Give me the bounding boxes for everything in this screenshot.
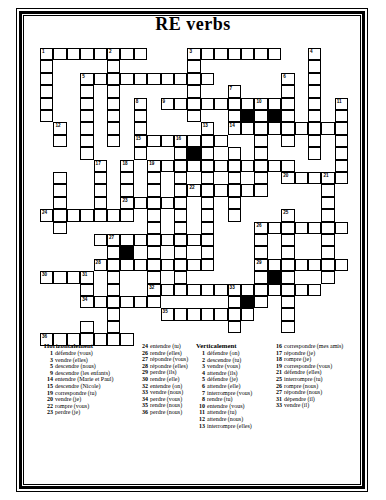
clue-number: 14 bbox=[44, 376, 53, 383]
clue-text: correspondre (mes amis) bbox=[284, 343, 343, 349]
clue-number: 4 bbox=[196, 370, 205, 377]
grid-cell[interactable] bbox=[241, 308, 254, 320]
grid-cell[interactable]: 33 bbox=[228, 284, 241, 296]
grid-cell[interactable] bbox=[201, 147, 214, 159]
grid-cell[interactable] bbox=[281, 259, 294, 271]
grid-cell[interactable] bbox=[335, 147, 348, 159]
grid-cell[interactable] bbox=[53, 271, 66, 283]
grid-cell[interactable] bbox=[187, 284, 200, 296]
grid-cell[interactable] bbox=[134, 48, 147, 60]
grid-cell[interactable] bbox=[174, 98, 187, 110]
grid-cell[interactable] bbox=[161, 160, 174, 172]
grid-cell[interactable] bbox=[53, 135, 66, 147]
grid-cell[interactable] bbox=[80, 85, 93, 97]
grid-cell[interactable] bbox=[281, 296, 294, 308]
grid-cell[interactable] bbox=[295, 284, 308, 296]
grid-cell[interactable] bbox=[201, 209, 214, 221]
grid-cell[interactable] bbox=[147, 73, 160, 85]
grid-cell[interactable] bbox=[174, 222, 187, 234]
grid-cell[interactable] bbox=[120, 48, 133, 60]
grid-cell[interactable]: 21 bbox=[321, 172, 334, 184]
grid-cell[interactable] bbox=[228, 184, 241, 196]
grid-cell[interactable] bbox=[107, 308, 120, 320]
grid-cell[interactable] bbox=[321, 197, 334, 209]
grid-cell[interactable] bbox=[308, 60, 321, 72]
grid-cell[interactable] bbox=[201, 222, 214, 234]
grid-cell[interactable] bbox=[254, 147, 267, 159]
grid-cell[interactable] bbox=[268, 222, 281, 234]
grid-cell[interactable] bbox=[201, 98, 214, 110]
grid-cell[interactable] bbox=[161, 284, 174, 296]
grid-cell[interactable] bbox=[147, 296, 160, 308]
grid-cell[interactable] bbox=[174, 172, 187, 184]
grid-cell[interactable] bbox=[228, 321, 241, 333]
grid-cell[interactable] bbox=[161, 135, 174, 147]
grid-cell[interactable] bbox=[241, 284, 254, 296]
grid-cell[interactable] bbox=[80, 122, 93, 134]
grid-cell[interactable] bbox=[268, 122, 281, 134]
grid-cell[interactable]: 29 bbox=[254, 259, 267, 271]
grid-cell[interactable] bbox=[174, 209, 187, 221]
grid-cell[interactable] bbox=[241, 160, 254, 172]
grid-cell[interactable] bbox=[120, 172, 133, 184]
grid-cell[interactable]: 3 bbox=[187, 48, 200, 60]
cell-number: 6 bbox=[283, 74, 286, 79]
grid-cell[interactable] bbox=[107, 209, 120, 221]
grid-cell[interactable] bbox=[241, 98, 254, 110]
grid-cell[interactable]: 10 bbox=[254, 98, 267, 110]
grid-cell[interactable] bbox=[40, 110, 53, 122]
clue-item: 26rompre (nous) bbox=[273, 383, 359, 390]
grid-cell[interactable] bbox=[254, 184, 267, 196]
grid-cell[interactable] bbox=[187, 73, 200, 85]
grid-cell[interactable] bbox=[201, 48, 214, 60]
grid-cell[interactable] bbox=[134, 147, 147, 159]
grid-cell[interactable] bbox=[147, 135, 160, 147]
grid-cell[interactable] bbox=[308, 73, 321, 85]
grid-cell[interactable] bbox=[53, 48, 66, 60]
grid-cell[interactable]: 11 bbox=[335, 98, 348, 110]
grid-cell[interactable] bbox=[281, 284, 294, 296]
grid-cell[interactable] bbox=[254, 135, 267, 147]
grid-cell[interactable] bbox=[201, 259, 214, 271]
grid-cell[interactable] bbox=[120, 209, 133, 221]
clue-text: attendre (tu) bbox=[207, 409, 236, 415]
grid-cell[interactable] bbox=[281, 122, 294, 134]
grid-cell[interactable] bbox=[120, 73, 133, 85]
grid-cell[interactable] bbox=[308, 85, 321, 97]
grid-cell[interactable] bbox=[281, 85, 294, 97]
clue-item: 15descendre (Nicole) bbox=[44, 383, 138, 390]
grid-cell[interactable] bbox=[174, 246, 187, 258]
grid-cell[interactable] bbox=[201, 160, 214, 172]
grid-cell[interactable] bbox=[94, 296, 107, 308]
grid-cell[interactable] bbox=[335, 122, 348, 134]
clue-text: descendre (les enfants) bbox=[55, 370, 110, 376]
grid-cell[interactable] bbox=[80, 321, 93, 333]
grid-cell[interactable] bbox=[53, 222, 66, 234]
grid-cell[interactable] bbox=[228, 172, 241, 184]
grid-cell[interactable]: 35 bbox=[161, 308, 174, 320]
cell-number: 1 bbox=[42, 49, 45, 54]
grid-cell[interactable] bbox=[174, 197, 187, 209]
grid-cell[interactable] bbox=[281, 246, 294, 258]
grid-cell[interactable] bbox=[201, 308, 214, 320]
clue-number: 2 bbox=[196, 357, 205, 364]
grid-cell[interactable]: 30 bbox=[40, 271, 53, 283]
grid-cell[interactable] bbox=[147, 259, 160, 271]
grid-cell[interactable] bbox=[40, 85, 53, 97]
grid-cell[interactable] bbox=[281, 234, 294, 246]
grid-cell[interactable]: 19 bbox=[147, 160, 160, 172]
grid-cell[interactable] bbox=[228, 98, 241, 110]
grid-cell[interactable] bbox=[308, 135, 321, 147]
grid-cell[interactable] bbox=[174, 147, 187, 159]
cell-number: 3 bbox=[189, 49, 192, 54]
grid-cell[interactable] bbox=[254, 296, 267, 308]
grid-cell[interactable] bbox=[134, 296, 147, 308]
grid-cell[interactable] bbox=[107, 110, 120, 122]
grid-cell[interactable] bbox=[134, 259, 147, 271]
grid-cell[interactable] bbox=[254, 160, 267, 172]
grid-cell[interactable]: 32 bbox=[147, 284, 160, 296]
grid-cell[interactable] bbox=[174, 271, 187, 283]
grid-cell[interactable] bbox=[134, 110, 147, 122]
grid-cell[interactable] bbox=[321, 209, 334, 221]
grid-cell[interactable] bbox=[107, 135, 120, 147]
grid-cell[interactable] bbox=[201, 135, 214, 147]
grid-cell[interactable] bbox=[53, 209, 66, 221]
cell-number: 7 bbox=[230, 86, 233, 91]
clue-item: 31dépendre (il) bbox=[273, 396, 359, 403]
grid-cell[interactable] bbox=[241, 122, 254, 134]
grid-cell[interactable] bbox=[228, 147, 241, 159]
grid-cell[interactable] bbox=[53, 197, 66, 209]
grid-cell[interactable] bbox=[281, 98, 294, 110]
grid-cell[interactable] bbox=[335, 172, 348, 184]
cell-number: 13 bbox=[203, 123, 208, 128]
grid-cell[interactable]: 14 bbox=[228, 122, 241, 134]
grid-cell[interactable] bbox=[214, 160, 227, 172]
grid-cell[interactable] bbox=[201, 284, 214, 296]
grid-cell[interactable] bbox=[120, 259, 133, 271]
clue-number: 19 bbox=[44, 390, 53, 397]
grid-cell[interactable] bbox=[268, 98, 281, 110]
grid-cell[interactable] bbox=[308, 110, 321, 122]
grid-cell[interactable] bbox=[147, 271, 160, 283]
grid-cell[interactable] bbox=[187, 308, 200, 320]
grid-cell[interactable] bbox=[80, 48, 93, 60]
grid-cell[interactable] bbox=[80, 147, 93, 159]
grid-cell[interactable] bbox=[187, 98, 200, 110]
grid-cell[interactable] bbox=[295, 122, 308, 134]
grid-cell[interactable] bbox=[107, 321, 120, 333]
grid-cell[interactable]: 26 bbox=[254, 222, 267, 234]
grid-cell[interactable] bbox=[147, 184, 160, 196]
clue-number: 36 bbox=[139, 409, 148, 416]
grid-cell[interactable] bbox=[80, 209, 93, 221]
grid-cell[interactable] bbox=[281, 321, 294, 333]
grid-cell[interactable]: 23 bbox=[120, 197, 133, 209]
grid-cell[interactable] bbox=[107, 284, 120, 296]
clue-item: 2descendre (tu) bbox=[196, 357, 272, 364]
grid-cell[interactable] bbox=[94, 209, 107, 221]
grid-cell[interactable] bbox=[228, 308, 241, 320]
clue-item: 17répondre (je) bbox=[273, 350, 359, 357]
grid-cell[interactable] bbox=[308, 259, 321, 271]
grid-cell[interactable] bbox=[281, 135, 294, 147]
grid-cell[interactable] bbox=[321, 122, 334, 134]
clue-number: 10 bbox=[196, 403, 205, 410]
grid-cell[interactable] bbox=[254, 48, 267, 60]
grid-cell[interactable]: 31 bbox=[80, 271, 93, 283]
grid-cell[interactable] bbox=[147, 246, 160, 258]
grid-cell[interactable] bbox=[335, 135, 348, 147]
grid-cell[interactable]: 16 bbox=[174, 135, 187, 147]
cell-number: 27 bbox=[109, 235, 114, 240]
grid-cell[interactable] bbox=[174, 160, 187, 172]
grid-cell[interactable] bbox=[53, 172, 66, 184]
grid-cell[interactable]: 4 bbox=[308, 48, 321, 60]
grid-cell[interactable] bbox=[308, 284, 321, 296]
grid-cell[interactable] bbox=[107, 122, 120, 134]
grid-cell[interactable] bbox=[254, 234, 267, 246]
grid-cell[interactable] bbox=[187, 85, 200, 97]
grid-cell[interactable] bbox=[134, 122, 147, 134]
clue-item: 36perdre (nous) bbox=[139, 409, 195, 416]
grid-cell[interactable] bbox=[228, 48, 241, 60]
grid-cell[interactable] bbox=[134, 197, 147, 209]
page-title: RE verbs bbox=[0, 14, 386, 35]
grid-cell[interactable] bbox=[67, 209, 80, 221]
grid-cell[interactable] bbox=[187, 110, 200, 122]
grid-cell[interactable] bbox=[214, 184, 227, 196]
grid-cell[interactable] bbox=[321, 222, 334, 234]
grid-cell[interactable] bbox=[161, 197, 174, 209]
grid-cell[interactable] bbox=[321, 246, 334, 258]
grid-cell[interactable] bbox=[335, 110, 348, 122]
grid-cell[interactable] bbox=[161, 259, 174, 271]
grid-cell[interactable] bbox=[321, 234, 334, 246]
clue-text: interrompre (vous) bbox=[207, 390, 252, 396]
grid-cell[interactable] bbox=[107, 296, 120, 308]
grid-cell[interactable] bbox=[254, 246, 267, 258]
grid-cell[interactable]: 22 bbox=[187, 184, 200, 196]
grid-cell[interactable] bbox=[161, 234, 174, 246]
grid-cell[interactable] bbox=[321, 259, 334, 271]
grid-cell[interactable] bbox=[147, 222, 160, 234]
grid-cell[interactable] bbox=[40, 98, 53, 110]
grid-cell[interactable] bbox=[214, 284, 227, 296]
grid-cell[interactable] bbox=[295, 222, 308, 234]
grid-cell[interactable] bbox=[281, 160, 294, 172]
grid-cell[interactable]: 17 bbox=[94, 160, 107, 172]
grid-cell[interactable] bbox=[308, 147, 321, 159]
grid-cell[interactable] bbox=[281, 308, 294, 320]
grid-cell[interactable] bbox=[214, 48, 227, 60]
grid-cell[interactable] bbox=[40, 60, 53, 72]
grid-cell[interactable] bbox=[268, 160, 281, 172]
clue-text: rompre (vous) bbox=[55, 403, 89, 409]
grid-cell[interactable] bbox=[67, 48, 80, 60]
grid-cell[interactable] bbox=[254, 271, 267, 283]
grid-cell[interactable] bbox=[201, 197, 214, 209]
grid-cell[interactable]: 1 bbox=[40, 48, 53, 60]
grid-cell[interactable] bbox=[94, 197, 107, 209]
grid-cell[interactable] bbox=[94, 48, 107, 60]
grid-cell[interactable] bbox=[120, 184, 133, 196]
grid-cell[interactable] bbox=[94, 172, 107, 184]
cell-number: 17 bbox=[96, 161, 101, 166]
grid-cell[interactable]: 7 bbox=[228, 85, 241, 97]
grid-cell[interactable] bbox=[308, 222, 321, 234]
grid-cell[interactable] bbox=[241, 48, 254, 60]
grid-cell[interactable] bbox=[147, 172, 160, 184]
grid-cell[interactable]: 6 bbox=[281, 73, 294, 85]
grid-cell[interactable] bbox=[228, 209, 241, 221]
clue-number: 19 bbox=[273, 363, 282, 370]
grid-cell[interactable] bbox=[254, 172, 267, 184]
grid-cell[interactable] bbox=[214, 98, 227, 110]
grid-cell[interactable]: 24 bbox=[40, 209, 53, 221]
grid-cell[interactable] bbox=[335, 259, 348, 271]
clue-item: 6attendre (elle) bbox=[196, 383, 272, 390]
grid-cell[interactable] bbox=[268, 259, 281, 271]
grid-cell[interactable] bbox=[201, 234, 214, 246]
grid-cell[interactable]: 20 bbox=[281, 172, 294, 184]
grid-cell[interactable] bbox=[321, 184, 334, 196]
grid-cell[interactable] bbox=[201, 184, 214, 196]
clue-text: défendre (on) bbox=[207, 350, 239, 356]
grid-cell[interactable] bbox=[187, 135, 200, 147]
grid-cell[interactable] bbox=[174, 73, 187, 85]
grid-cell[interactable] bbox=[187, 160, 200, 172]
grid-cell[interactable] bbox=[94, 73, 107, 85]
clue-text: rendre (tu) bbox=[207, 396, 233, 402]
grid-cell[interactable] bbox=[228, 197, 241, 209]
grid-cell[interactable] bbox=[147, 197, 160, 209]
grid-cell[interactable] bbox=[53, 184, 66, 196]
clue-item: 27répondre (vous) bbox=[139, 356, 195, 363]
grid-cell[interactable] bbox=[308, 172, 321, 184]
grid-cell[interactable] bbox=[335, 222, 348, 234]
grid-cell[interactable]: 18 bbox=[120, 160, 133, 172]
grid-cell[interactable] bbox=[134, 73, 147, 85]
grid-cell[interactable] bbox=[107, 271, 120, 283]
grid-cell[interactable] bbox=[228, 160, 241, 172]
grid-cell[interactable] bbox=[201, 73, 214, 85]
grid-cell[interactable]: 8 bbox=[134, 98, 147, 110]
down-heading: Verticalement bbox=[196, 343, 272, 350]
grid-cell[interactable] bbox=[94, 234, 107, 246]
clue-number: 22 bbox=[44, 403, 53, 410]
grid-cell[interactable] bbox=[187, 60, 200, 72]
clue-number: 33 bbox=[273, 402, 282, 409]
grid-cell[interactable] bbox=[254, 122, 267, 134]
grid-cell[interactable] bbox=[187, 259, 200, 271]
grid-cell[interactable] bbox=[321, 271, 334, 283]
grid-cell[interactable] bbox=[308, 98, 321, 110]
grid-cell[interactable] bbox=[174, 284, 187, 296]
grid-cell[interactable] bbox=[214, 308, 227, 320]
grid-cell[interactable] bbox=[268, 48, 281, 60]
grid-cell[interactable] bbox=[174, 308, 187, 320]
grid-cell[interactable] bbox=[120, 296, 133, 308]
grid-cell[interactable]: 9 bbox=[161, 98, 174, 110]
grid-cell[interactable] bbox=[268, 284, 281, 296]
grid-cell[interactable] bbox=[241, 184, 254, 196]
grid-cell[interactable] bbox=[201, 246, 214, 258]
grid-cell[interactable] bbox=[308, 122, 321, 134]
grid-cell[interactable]: 13 bbox=[201, 122, 214, 134]
clue-number: 20 bbox=[44, 396, 53, 403]
grid-cell[interactable] bbox=[174, 184, 187, 196]
grid-cell[interactable] bbox=[295, 172, 308, 184]
grid-cell[interactable] bbox=[281, 271, 294, 283]
grid-cell[interactable] bbox=[281, 222, 294, 234]
grid-cell[interactable] bbox=[147, 234, 160, 246]
grid-cell[interactable] bbox=[94, 184, 107, 196]
grid-cell[interactable] bbox=[107, 85, 120, 97]
grid-cell[interactable] bbox=[295, 259, 308, 271]
grid-cell[interactable] bbox=[214, 135, 227, 147]
grid-cell[interactable] bbox=[228, 110, 241, 122]
grid-cell[interactable] bbox=[107, 60, 120, 72]
grid-cell[interactable]: 27 bbox=[107, 234, 120, 246]
grid-cell[interactable] bbox=[107, 246, 120, 258]
grid-cell[interactable] bbox=[107, 259, 120, 271]
grid-cell[interactable]: 15 bbox=[134, 135, 147, 147]
grid-cell[interactable]: 12 bbox=[53, 122, 66, 134]
clue-item: 25interrompre (tu) bbox=[273, 376, 359, 383]
grid-cell[interactable]: 5 bbox=[80, 73, 93, 85]
grid-cell[interactable] bbox=[281, 110, 294, 122]
clue-text: vendre (je) bbox=[55, 396, 81, 402]
grid-cell[interactable] bbox=[67, 271, 80, 283]
clue-text: répondre (elles) bbox=[150, 363, 188, 369]
grid-cell[interactable]: 28 bbox=[94, 259, 107, 271]
clue-text: défendre (vous) bbox=[55, 350, 93, 356]
grid-cell[interactable] bbox=[174, 234, 187, 246]
grid-cell[interactable] bbox=[80, 135, 93, 147]
grid-cell[interactable] bbox=[201, 172, 214, 184]
grid-cell[interactable] bbox=[40, 73, 53, 85]
clue-text: vendre (nous) bbox=[150, 389, 183, 395]
clue-number: 1 bbox=[196, 350, 205, 357]
grid-cell[interactable] bbox=[107, 73, 120, 85]
grid-cell[interactable] bbox=[80, 284, 93, 296]
grid-cell[interactable] bbox=[187, 234, 200, 246]
grid-cell[interactable] bbox=[335, 160, 348, 172]
grid-cell[interactable] bbox=[80, 98, 93, 110]
grid-cell[interactable]: 2 bbox=[107, 48, 120, 60]
grid-cell[interactable] bbox=[120, 234, 133, 246]
clue-text: rendre (elles) bbox=[150, 350, 182, 356]
grid-cell[interactable]: 25 bbox=[281, 209, 294, 221]
grid-cell[interactable] bbox=[228, 296, 241, 308]
grid-cell[interactable] bbox=[107, 98, 120, 110]
cell-number: 21 bbox=[323, 173, 328, 178]
clue-number: 3 bbox=[196, 363, 205, 370]
grid-cell[interactable] bbox=[147, 209, 160, 221]
grid-cell[interactable] bbox=[254, 284, 267, 296]
grid-cell[interactable] bbox=[161, 73, 174, 85]
grid-cell[interactable] bbox=[174, 259, 187, 271]
grid-cell[interactable] bbox=[254, 110, 267, 122]
grid-cell[interactable]: 34 bbox=[80, 296, 93, 308]
grid-cell[interactable] bbox=[80, 110, 93, 122]
grid-cell[interactable] bbox=[134, 234, 147, 246]
